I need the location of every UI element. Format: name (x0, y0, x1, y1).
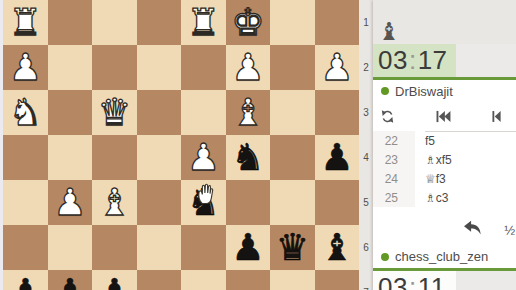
white-king-piece: ♚ (231, 4, 264, 41)
opponent-clock-row: 03:17 (373, 44, 516, 77)
move-number: 25 (373, 188, 415, 207)
player-clock-row: 03:11 (373, 271, 516, 290)
move-san[interactable]: ♗c3 (415, 188, 448, 207)
previous-move-icon[interactable] (492, 110, 502, 123)
square-g5[interactable]: ♟ (48, 180, 93, 225)
move-row: 22f5 (373, 131, 516, 150)
move-list-separator (425, 131, 516, 132)
square-c5[interactable] (226, 180, 271, 225)
square-f5[interactable]: ♝ (92, 180, 137, 225)
square-a5[interactable] (315, 180, 360, 225)
square-a3[interactable] (315, 90, 360, 135)
square-f6[interactable] (92, 225, 137, 270)
square-h6[interactable] (3, 225, 48, 270)
square-g4[interactable] (48, 135, 93, 180)
square-f4[interactable] (92, 135, 137, 180)
square-d6[interactable] (181, 225, 226, 270)
player-clock: 03:11 (373, 271, 456, 290)
square-e3[interactable] (137, 90, 182, 135)
square-a4[interactable]: ♟ (315, 135, 360, 180)
black-pawn-piece: ♟ (98, 274, 131, 290)
move-number: 23 (373, 150, 415, 169)
square-b4[interactable] (270, 135, 315, 180)
move-row: 23♗xf5 (373, 150, 516, 169)
square-d1[interactable]: ♜ (181, 0, 226, 45)
rank-label-6: 6 (359, 225, 373, 270)
white-bishop-piece: ♝ (231, 94, 264, 131)
square-h4[interactable] (3, 135, 48, 180)
game-card: DrBiswajit (373, 80, 516, 268)
square-h2[interactable]: ♟ (3, 45, 48, 90)
online-dot (381, 253, 389, 261)
square-d2[interactable] (181, 45, 226, 90)
square-c6[interactable]: ♟ (226, 225, 271, 270)
square-b2[interactable] (270, 45, 315, 90)
player-name: chess_club_zen (395, 249, 488, 264)
square-c1[interactable]: ♚ (226, 0, 271, 45)
clock-seconds: 11 (418, 272, 446, 290)
white-queen-piece: ♛ (98, 94, 131, 131)
online-dot (381, 87, 389, 95)
white-pawn-piece: ♟ (9, 49, 42, 86)
rank-coordinates: 12345678 (359, 0, 373, 290)
square-f3[interactable]: ♛ (92, 90, 137, 135)
rank-label-7: 7 (359, 270, 373, 290)
black-pawn-piece: ♟ (53, 274, 86, 290)
captured-pieces-tray: ♝ (373, 0, 516, 44)
square-g1[interactable] (48, 0, 93, 45)
white-knight-piece: ♞ (9, 94, 42, 131)
rank-label-2: 2 (359, 45, 373, 90)
white-pawn-piece: ♟ (231, 49, 264, 86)
white-pawn-piece: ♟ (53, 184, 86, 221)
white-rook-piece: ♜ (9, 4, 42, 41)
clock-minutes: 03 (378, 272, 408, 290)
move-number: 22 (373, 131, 415, 150)
side-panel: ♝ 03:17 DrBiswajit (373, 0, 516, 290)
square-f1[interactable] (92, 0, 137, 45)
square-c4[interactable]: ♞ (226, 135, 271, 180)
square-h1[interactable]: ♜ (3, 0, 48, 45)
square-c2[interactable]: ♟ (226, 45, 271, 90)
rank-label-4: 4 (359, 135, 373, 180)
move-number: 24 (373, 169, 415, 188)
rank-label-3: 3 (359, 90, 373, 135)
black-knight-piece: ♞ (231, 139, 264, 176)
square-g3[interactable] (48, 90, 93, 135)
square-c3[interactable]: ♝ (226, 90, 271, 135)
square-h5[interactable] (3, 180, 48, 225)
black-pawn-piece: ♟ (9, 274, 42, 290)
square-b5[interactable] (270, 180, 315, 225)
replay-toolbar (373, 102, 516, 131)
chess-board[interactable]: ♜♜♚♟♟♟♞♛♝♟♞♟♟♝♞♟♛♝♟♟♟ (3, 0, 359, 290)
move-list: 22f523♗xf524♕f325♗c3 (373, 131, 516, 207)
black-queen-piece: ♛ (276, 229, 309, 266)
black-pawn-piece: ♟ (320, 139, 353, 176)
square-b1[interactable] (270, 0, 315, 45)
move-san[interactable]: ♕f3 (415, 169, 446, 188)
clock-seconds: 17 (418, 45, 448, 76)
takeback-icon[interactable] (463, 220, 482, 240)
clock-colon: : (409, 272, 417, 290)
square-h7[interactable]: ♟ (3, 270, 48, 290)
draw-offer-button[interactable]: ½ (504, 223, 515, 238)
square-f7[interactable]: ♟ (92, 270, 137, 290)
player-row: chess_club_zen (373, 245, 516, 268)
square-g7[interactable]: ♟ (48, 270, 93, 290)
rank-label-1: 1 (359, 0, 373, 45)
square-e1[interactable] (137, 0, 182, 45)
square-b7[interactable] (270, 270, 315, 290)
black-pawn-piece: ♟ (231, 229, 264, 266)
opponent-clock: 03:17 (373, 44, 456, 77)
game-actions: ½ (373, 207, 516, 245)
square-e7[interactable] (137, 270, 182, 290)
square-d4[interactable]: ♟ (181, 135, 226, 180)
clock-minutes: 03 (378, 45, 408, 76)
white-pawn-piece: ♟ (320, 49, 353, 86)
square-f2[interactable] (92, 45, 137, 90)
square-e4[interactable] (137, 135, 182, 180)
square-b6[interactable]: ♛ (270, 225, 315, 270)
clock-colon: : (409, 45, 417, 76)
black-bishop-piece: ♝ (320, 229, 353, 266)
square-g6[interactable] (48, 225, 93, 270)
square-d3[interactable] (181, 90, 226, 135)
move-san[interactable]: f5 (415, 131, 435, 150)
square-a7[interactable] (315, 270, 360, 290)
square-e5[interactable] (137, 180, 182, 225)
move-san[interactable]: ♗xf5 (415, 150, 452, 169)
square-a1[interactable] (315, 0, 360, 45)
square-c7[interactable] (226, 270, 271, 290)
white-bishop-piece: ♝ (98, 184, 131, 221)
flip-board-icon[interactable] (380, 109, 395, 124)
move-row: 25♗c3 (373, 188, 516, 207)
game-screen: ♜♜♚♟♟♟♞♛♝♟♞♟♟♝♞♟♛♝♟♟♟ 12345678 ♝ 03:17 D… (0, 0, 516, 290)
square-e2[interactable] (137, 45, 182, 90)
square-a6[interactable]: ♝ (315, 225, 360, 270)
move-row: 24♕f3 (373, 169, 516, 188)
go-to-start-icon[interactable] (436, 110, 451, 123)
square-h3[interactable]: ♞ (3, 90, 48, 135)
opponent-name: DrBiswajit (395, 84, 453, 99)
captured-bishop-icon: ♝ (378, 19, 400, 44)
square-a2[interactable]: ♟ (315, 45, 360, 90)
opponent-row: DrBiswajit (373, 80, 516, 102)
square-d7[interactable] (181, 270, 226, 290)
white-pawn-piece: ♟ (187, 139, 220, 176)
rank-label-5: 5 (359, 180, 373, 225)
square-e6[interactable] (137, 225, 182, 270)
square-g2[interactable] (48, 45, 93, 90)
white-rook-piece: ♜ (187, 4, 220, 41)
square-b3[interactable] (270, 90, 315, 135)
hand-cursor (195, 182, 216, 209)
